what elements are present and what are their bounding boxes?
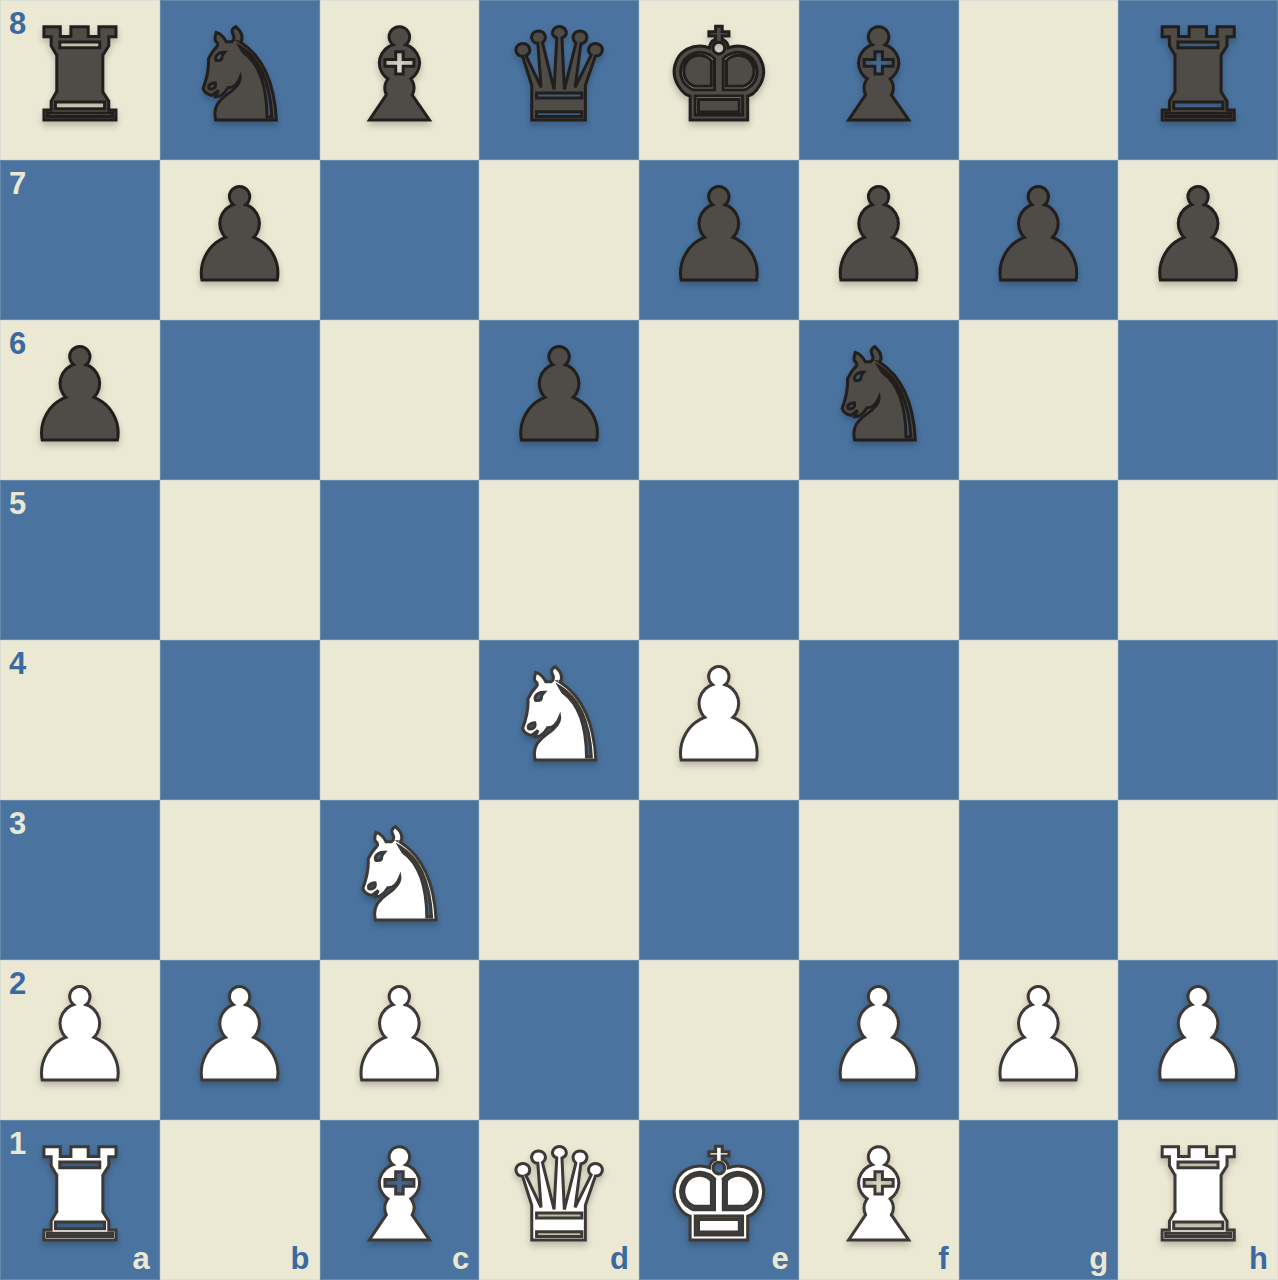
square-f3[interactable]	[799, 800, 959, 960]
square-f1[interactable]: f♝	[799, 1120, 959, 1280]
square-b8[interactable]: ♞	[160, 0, 320, 160]
square-c8[interactable]: ♝	[320, 0, 480, 160]
black-knight[interactable]: ♞	[821, 332, 936, 460]
white-bishop[interactable]: ♝	[342, 1132, 457, 1260]
square-h3[interactable]	[1118, 800, 1278, 960]
square-c5[interactable]	[320, 480, 480, 640]
white-pawn[interactable]: ♟	[662, 652, 777, 780]
square-b5[interactable]	[160, 480, 320, 640]
black-pawn[interactable]: ♟	[182, 172, 297, 300]
square-a1[interactable]: 1a♜	[0, 1120, 160, 1280]
square-b2[interactable]: ♟	[160, 960, 320, 1120]
square-e7[interactable]: ♟	[639, 160, 799, 320]
square-c1[interactable]: c♝	[320, 1120, 480, 1280]
square-d6[interactable]: ♟	[479, 320, 639, 480]
file-label-f: f	[938, 1243, 948, 1274]
square-e3[interactable]	[639, 800, 799, 960]
rank-label-5: 5	[9, 488, 26, 519]
white-queen[interactable]: ♛	[502, 1132, 617, 1260]
square-f7[interactable]: ♟	[799, 160, 959, 320]
square-f2[interactable]: ♟	[799, 960, 959, 1120]
chess-board: 8♜♞♝♛♚♝♜7♟♟♟♟♟6♟♟♞54♞♟3♞2♟♟♟♟♟♟1a♜bc♝d♛e…	[0, 0, 1278, 1280]
square-g7[interactable]: ♟	[959, 160, 1119, 320]
square-d4[interactable]: ♞	[479, 640, 639, 800]
square-f8[interactable]: ♝	[799, 0, 959, 160]
white-pawn[interactable]: ♟	[182, 972, 297, 1100]
square-c3[interactable]: ♞	[320, 800, 480, 960]
square-f6[interactable]: ♞	[799, 320, 959, 480]
white-pawn[interactable]: ♟	[821, 972, 936, 1100]
square-c2[interactable]: ♟	[320, 960, 480, 1120]
square-d3[interactable]	[479, 800, 639, 960]
rank-label-3: 3	[9, 808, 26, 839]
black-pawn[interactable]: ♟	[502, 332, 617, 460]
square-h1[interactable]: h♜	[1118, 1120, 1278, 1280]
square-e4[interactable]: ♟	[639, 640, 799, 800]
square-g4[interactable]	[959, 640, 1119, 800]
square-h4[interactable]	[1118, 640, 1278, 800]
white-rook[interactable]: ♜	[23, 1132, 138, 1260]
square-e5[interactable]	[639, 480, 799, 640]
square-b7[interactable]: ♟	[160, 160, 320, 320]
square-h6[interactable]	[1118, 320, 1278, 480]
black-rook[interactable]: ♜	[1141, 12, 1256, 140]
square-f5[interactable]	[799, 480, 959, 640]
square-e8[interactable]: ♚	[639, 0, 799, 160]
white-bishop[interactable]: ♝	[821, 1132, 936, 1260]
square-g3[interactable]	[959, 800, 1119, 960]
black-pawn[interactable]: ♟	[981, 172, 1096, 300]
square-c4[interactable]	[320, 640, 480, 800]
square-d8[interactable]: ♛	[479, 0, 639, 160]
square-b4[interactable]	[160, 640, 320, 800]
square-e1[interactable]: e♚	[639, 1120, 799, 1280]
square-c7[interactable]	[320, 160, 480, 320]
black-rook[interactable]: ♜	[23, 12, 138, 140]
square-e2[interactable]	[639, 960, 799, 1120]
square-h8[interactable]: ♜	[1118, 0, 1278, 160]
square-g5[interactable]	[959, 480, 1119, 640]
white-pawn[interactable]: ♟	[1141, 972, 1256, 1100]
square-b1[interactable]: b	[160, 1120, 320, 1280]
white-rook[interactable]: ♜	[1141, 1132, 1256, 1260]
black-king[interactable]: ♚	[662, 12, 777, 140]
square-a6[interactable]: 6♟	[0, 320, 160, 480]
square-a8[interactable]: 8♜	[0, 0, 160, 160]
white-pawn[interactable]: ♟	[342, 972, 457, 1100]
black-bishop[interactable]: ♝	[821, 12, 936, 140]
square-g1[interactable]: g	[959, 1120, 1119, 1280]
square-a5[interactable]: 5	[0, 480, 160, 640]
black-bishop[interactable]: ♝	[342, 12, 457, 140]
white-knight[interactable]: ♞	[342, 812, 457, 940]
black-pawn[interactable]: ♟	[1141, 172, 1256, 300]
white-pawn[interactable]: ♟	[981, 972, 1096, 1100]
square-a3[interactable]: 3	[0, 800, 160, 960]
white-knight[interactable]: ♞	[502, 652, 617, 780]
square-h5[interactable]	[1118, 480, 1278, 640]
square-a2[interactable]: 2♟	[0, 960, 160, 1120]
square-d2[interactable]	[479, 960, 639, 1120]
file-label-g: g	[1089, 1243, 1108, 1274]
square-a4[interactable]: 4	[0, 640, 160, 800]
square-d5[interactable]	[479, 480, 639, 640]
square-d1[interactable]: d♛	[479, 1120, 639, 1280]
square-b3[interactable]	[160, 800, 320, 960]
square-g6[interactable]	[959, 320, 1119, 480]
file-label-b: b	[291, 1243, 310, 1274]
black-queen[interactable]: ♛	[502, 12, 617, 140]
square-h2[interactable]: ♟	[1118, 960, 1278, 1120]
white-pawn[interactable]: ♟	[23, 972, 138, 1100]
square-g8[interactable]	[959, 0, 1119, 160]
white-king[interactable]: ♚	[662, 1132, 777, 1260]
black-pawn[interactable]: ♟	[821, 172, 936, 300]
square-a7[interactable]: 7	[0, 160, 160, 320]
square-e6[interactable]	[639, 320, 799, 480]
black-pawn[interactable]: ♟	[23, 332, 138, 460]
rank-label-4: 4	[9, 648, 26, 679]
square-d7[interactable]	[479, 160, 639, 320]
square-g2[interactable]: ♟	[959, 960, 1119, 1120]
black-knight[interactable]: ♞	[182, 12, 297, 140]
square-h7[interactable]: ♟	[1118, 160, 1278, 320]
square-b6[interactable]	[160, 320, 320, 480]
square-c6[interactable]	[320, 320, 480, 480]
black-pawn[interactable]: ♟	[662, 172, 777, 300]
square-f4[interactable]	[799, 640, 959, 800]
rank-label-7: 7	[9, 168, 26, 199]
